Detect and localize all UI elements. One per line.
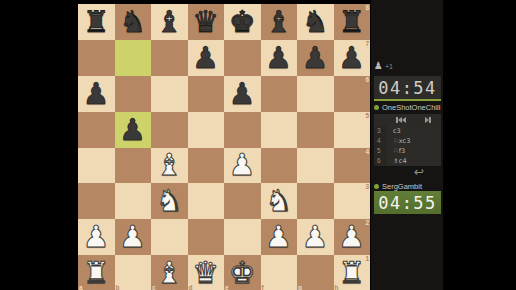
square-c3[interactable]: ♞: [151, 183, 188, 219]
online-dot: [374, 184, 379, 189]
square-f2[interactable]: ♟: [261, 219, 298, 255]
black-pawn[interactable]: ♟: [334, 40, 371, 76]
player-row: SergGambit: [374, 182, 422, 191]
square-a3[interactable]: [78, 183, 115, 219]
white-queen[interactable]: ♛: [188, 255, 225, 290]
move-number: 3: [374, 126, 387, 136]
white-pawn[interactable]: ♟: [224, 148, 261, 184]
black-queen[interactable]: ♛: [188, 4, 225, 40]
black-pawn[interactable]: ♟: [297, 40, 334, 76]
game-side-panel: ♟ +1 04:54 OneShotOneChill 3c34♘xc35♘f36…: [371, 0, 443, 290]
square-a2[interactable]: ♟: [78, 219, 115, 255]
takeback-icon[interactable]: ↩: [411, 165, 427, 180]
square-d6[interactable]: [188, 76, 225, 112]
square-b8[interactable]: ♞: [115, 4, 152, 40]
white-bishop[interactable]: ♝: [151, 148, 188, 184]
square-h4[interactable]: 4: [334, 148, 371, 184]
square-f3[interactable]: ♞: [261, 183, 298, 219]
square-h7[interactable]: ♟7: [334, 40, 371, 76]
square-b7[interactable]: [115, 40, 152, 76]
white-knight[interactable]: ♞: [261, 183, 298, 219]
square-g7[interactable]: ♟: [297, 40, 334, 76]
move-number: 4: [374, 136, 387, 146]
square-g3[interactable]: [297, 183, 334, 219]
square-e6[interactable]: ♟: [224, 76, 261, 112]
square-c5[interactable]: [151, 112, 188, 148]
square-d3[interactable]: [188, 183, 225, 219]
chess-board[interactable]: ♜♞♝♛♚♝♞♜8♟♟♟♟7♟♟6♟5♝♟4♞♞3♟♟♟♟♟2♜ab♝c♛d♚e…: [78, 4, 370, 290]
black-knight[interactable]: ♞: [115, 4, 152, 40]
square-g6[interactable]: [297, 76, 334, 112]
square-c1[interactable]: ♝c: [151, 255, 188, 290]
square-d8[interactable]: ♛: [188, 4, 225, 40]
square-a5[interactable]: [78, 112, 115, 148]
move-row[interactable]: 3c3: [374, 126, 441, 136]
square-c8[interactable]: ♝: [151, 4, 188, 40]
black-rook[interactable]: ♜: [334, 4, 371, 40]
black-pawn[interactable]: ♟: [115, 112, 152, 148]
player-clock-active: 04:55: [374, 191, 441, 214]
square-e7[interactable]: [224, 40, 261, 76]
black-bishop[interactable]: ♝: [151, 4, 188, 40]
square-h3[interactable]: 3: [334, 183, 371, 219]
white-rook[interactable]: ♜: [334, 255, 371, 290]
skip-forward-icon[interactable]: [425, 114, 431, 126]
coord-file-g: g: [298, 285, 302, 290]
square-f4[interactable]: [261, 148, 298, 184]
black-pawn[interactable]: ♟: [224, 76, 261, 112]
square-a1[interactable]: ♜a: [78, 255, 115, 290]
square-h1[interactable]: ♜1h: [334, 255, 371, 290]
square-e8[interactable]: ♚: [224, 4, 261, 40]
square-g2[interactable]: ♟: [297, 219, 334, 255]
white-pawn[interactable]: ♟: [297, 219, 334, 255]
captured-pawn-icon: ♟: [374, 61, 383, 71]
white-pawn[interactable]: ♟: [78, 219, 115, 255]
move-row[interactable]: 4♘xc3: [374, 136, 441, 146]
square-a7[interactable]: [78, 40, 115, 76]
square-g4[interactable]: [297, 148, 334, 184]
move-row[interactable]: 6♗c4: [374, 156, 441, 166]
opponent-player-row: OneShotOneChill: [374, 103, 440, 112]
square-h5[interactable]: 5: [334, 112, 371, 148]
square-e5[interactable]: [224, 112, 261, 148]
square-f1[interactable]: f: [261, 255, 298, 290]
square-b5[interactable]: ♟: [115, 112, 152, 148]
black-pawn[interactable]: ♟: [188, 40, 225, 76]
square-f8[interactable]: ♝: [261, 4, 298, 40]
black-bishop[interactable]: ♝: [261, 4, 298, 40]
material-advantage-value: +1: [385, 63, 393, 70]
square-g8[interactable]: ♞: [297, 4, 334, 40]
square-h2[interactable]: ♟2: [334, 219, 371, 255]
square-b4[interactable]: [115, 148, 152, 184]
online-dot: [374, 105, 379, 110]
black-pawn[interactable]: ♟: [78, 76, 115, 112]
move-text[interactable]: ♘xc3: [387, 136, 441, 146]
app-window: ♜♞♝♛♚♝♞♜8♟♟♟♟7♟♟6♟5♝♟4♞♞3♟♟♟♟♟2♜ab♝c♛d♚e…: [0, 0, 516, 290]
coord-rank-6: 6: [365, 77, 369, 84]
square-a8[interactable]: ♜: [78, 4, 115, 40]
square-g1[interactable]: g: [297, 255, 334, 290]
square-a4[interactable]: [78, 148, 115, 184]
square-e3[interactable]: [224, 183, 261, 219]
white-pawn[interactable]: ♟: [261, 219, 298, 255]
square-f7[interactable]: ♟: [261, 40, 298, 76]
square-b2[interactable]: ♟: [115, 219, 152, 255]
move-list: 3c34♘xc35♘f36♗c4: [374, 126, 441, 166]
square-f5[interactable]: [261, 112, 298, 148]
skip-back-icon[interactable]: [396, 114, 406, 126]
square-b6[interactable]: [115, 76, 152, 112]
square-e4[interactable]: ♟: [224, 148, 261, 184]
white-pawn[interactable]: ♟: [115, 219, 152, 255]
square-b1[interactable]: b: [115, 255, 152, 290]
opponent-name[interactable]: OneShotOneChill: [382, 103, 440, 112]
square-d2[interactable]: [188, 219, 225, 255]
square-c6[interactable]: [151, 76, 188, 112]
square-c7[interactable]: [151, 40, 188, 76]
material-advantage: ♟ +1: [374, 60, 393, 72]
move-text[interactable]: c3: [387, 126, 441, 136]
square-g5[interactable]: [297, 112, 334, 148]
white-pawn[interactable]: ♟: [334, 219, 371, 255]
square-h8[interactable]: ♜8: [334, 4, 371, 40]
move-nav-controls: [374, 114, 441, 126]
coord-rank-3: 3: [365, 184, 369, 191]
coord-file-b: b: [116, 285, 120, 290]
square-d7[interactable]: ♟: [188, 40, 225, 76]
black-king[interactable]: ♚: [224, 4, 261, 40]
clock-progress-bar: [374, 99, 441, 101]
coord-file-f: f: [262, 285, 264, 290]
square-h6[interactable]: 6: [334, 76, 371, 112]
black-pawn[interactable]: ♟: [261, 40, 298, 76]
white-bishop[interactable]: ♝: [151, 255, 188, 290]
white-rook[interactable]: ♜: [78, 255, 115, 290]
square-f6[interactable]: [261, 76, 298, 112]
square-e2[interactable]: [224, 219, 261, 255]
move-text[interactable]: ♘f3: [387, 146, 441, 156]
move-number: 6: [374, 156, 387, 166]
white-knight[interactable]: ♞: [151, 183, 188, 219]
opponent-clock: 04:54: [374, 76, 441, 99]
white-king[interactable]: ♚: [224, 255, 261, 290]
square-c4[interactable]: ♝: [151, 148, 188, 184]
black-rook[interactable]: ♜: [78, 4, 115, 40]
player-name[interactable]: SergGambit: [382, 182, 422, 191]
square-e1[interactable]: ♚e: [224, 255, 261, 290]
square-a6[interactable]: ♟: [78, 76, 115, 112]
square-d1[interactable]: ♛d: [188, 255, 225, 290]
coord-rank-5: 5: [365, 113, 369, 120]
move-number: 5: [374, 146, 387, 156]
square-d4[interactable]: [188, 148, 225, 184]
black-knight[interactable]: ♞: [297, 4, 334, 40]
square-c2[interactable]: [151, 219, 188, 255]
square-b3[interactable]: [115, 183, 152, 219]
coord-rank-4: 4: [365, 149, 369, 156]
square-d5[interactable]: [188, 112, 225, 148]
move-row[interactable]: 5♘f3: [374, 146, 441, 156]
